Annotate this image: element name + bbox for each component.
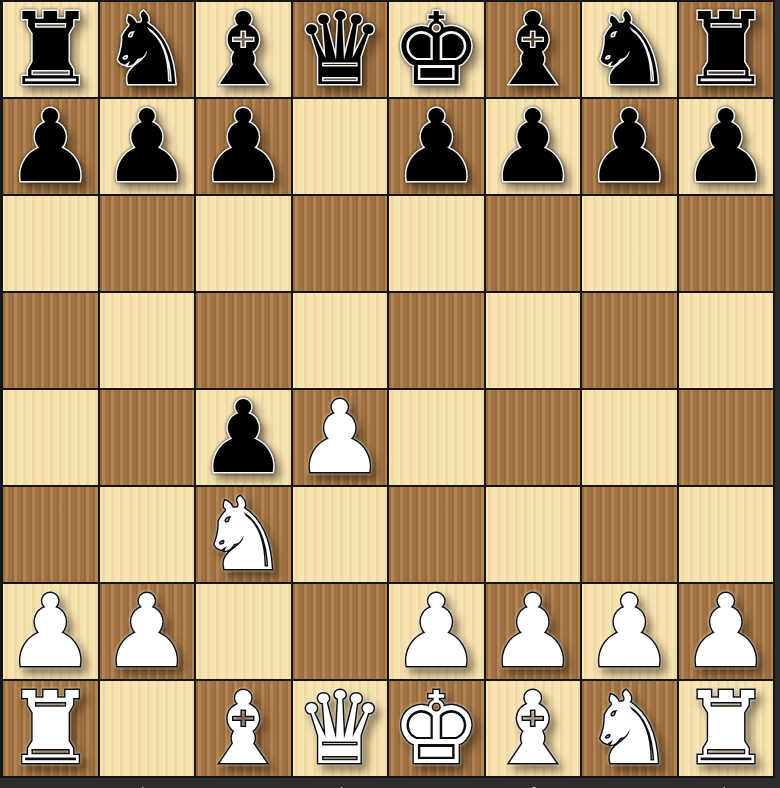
file-label-f: f (484, 778, 581, 788)
square-f8[interactable]: ♝ (486, 2, 581, 97)
square-e7[interactable]: ♟ (389, 99, 484, 194)
white-bishop[interactable]: ♝ (198, 681, 288, 776)
square-c4[interactable]: ♟ (196, 390, 291, 485)
file-label-a: a (0, 778, 97, 788)
white-knight[interactable]: ♞ (584, 681, 674, 776)
square-a2[interactable]: ♟ (3, 584, 98, 679)
black-pawn[interactable]: ♟ (198, 390, 288, 485)
square-e5[interactable] (389, 293, 484, 388)
square-e6[interactable] (389, 196, 484, 291)
square-b1[interactable] (100, 681, 195, 776)
square-a1[interactable]: ♜ (3, 681, 98, 776)
square-d7[interactable] (293, 99, 388, 194)
square-d3[interactable] (293, 487, 388, 582)
square-a8[interactable]: ♜ (3, 2, 98, 97)
white-pawn[interactable]: ♟ (295, 390, 385, 485)
square-d1[interactable]: ♛ (293, 681, 388, 776)
white-rook[interactable]: ♜ (681, 681, 771, 776)
file-label-b: b (97, 778, 194, 788)
square-g2[interactable]: ♟ (582, 584, 677, 679)
square-c1[interactable]: ♝ (196, 681, 291, 776)
square-f2[interactable]: ♟ (486, 584, 581, 679)
white-queen[interactable]: ♛ (295, 681, 385, 776)
square-a6[interactable] (3, 196, 98, 291)
square-b2[interactable]: ♟ (100, 584, 195, 679)
square-h3[interactable] (679, 487, 774, 582)
black-pawn[interactable]: ♟ (198, 99, 288, 194)
square-g6[interactable] (582, 196, 677, 291)
white-knight[interactable]: ♞ (198, 487, 288, 582)
chess-board: ♜♞♝♛♚♝♞♜♟♟♟♟♟♟♟♟♟♞♟♟♟♟♟♟♜♝♛♚♝♞♜ (0, 0, 775, 778)
black-pawn[interactable]: ♟ (102, 99, 192, 194)
square-f5[interactable] (486, 293, 581, 388)
square-h1[interactable]: ♜ (679, 681, 774, 776)
black-queen[interactable]: ♛ (295, 2, 385, 97)
square-c8[interactable]: ♝ (196, 2, 291, 97)
black-knight[interactable]: ♞ (102, 2, 192, 97)
square-h8[interactable]: ♜ (679, 2, 774, 97)
file-label-h: h (678, 778, 775, 788)
square-a5[interactable] (3, 293, 98, 388)
black-bishop[interactable]: ♝ (488, 2, 578, 97)
square-h4[interactable] (679, 390, 774, 485)
white-pawn[interactable]: ♟ (584, 584, 674, 679)
square-b3[interactable] (100, 487, 195, 582)
square-f7[interactable]: ♟ (486, 99, 581, 194)
square-a4[interactable] (3, 390, 98, 485)
black-bishop[interactable]: ♝ (198, 2, 288, 97)
black-pawn[interactable]: ♟ (391, 99, 481, 194)
square-b7[interactable]: ♟ (100, 99, 195, 194)
square-c7[interactable]: ♟ (196, 99, 291, 194)
square-c2[interactable] (196, 584, 291, 679)
white-rook[interactable]: ♜ (5, 681, 95, 776)
square-d6[interactable] (293, 196, 388, 291)
square-c5[interactable] (196, 293, 291, 388)
black-knight[interactable]: ♞ (584, 2, 674, 97)
black-rook[interactable]: ♜ (5, 2, 95, 97)
square-f4[interactable] (486, 390, 581, 485)
square-b8[interactable]: ♞ (100, 2, 195, 97)
square-d4[interactable]: ♟ (293, 390, 388, 485)
square-b6[interactable] (100, 196, 195, 291)
black-pawn[interactable]: ♟ (681, 99, 771, 194)
square-c6[interactable] (196, 196, 291, 291)
file-label-e: e (388, 778, 485, 788)
square-e2[interactable]: ♟ (389, 584, 484, 679)
file-labels-bar: abcdefgh (0, 778, 775, 788)
square-h5[interactable] (679, 293, 774, 388)
square-g5[interactable] (582, 293, 677, 388)
square-f1[interactable]: ♝ (486, 681, 581, 776)
white-pawn[interactable]: ♟ (102, 584, 192, 679)
square-g8[interactable]: ♞ (582, 2, 677, 97)
square-g4[interactable] (582, 390, 677, 485)
square-c3[interactable]: ♞ (196, 487, 291, 582)
black-king[interactable]: ♚ (391, 2, 481, 97)
square-h2[interactable]: ♟ (679, 584, 774, 679)
square-g3[interactable] (582, 487, 677, 582)
square-d2[interactable] (293, 584, 388, 679)
black-pawn[interactable]: ♟ (488, 99, 578, 194)
square-b4[interactable] (100, 390, 195, 485)
white-pawn[interactable]: ♟ (5, 584, 95, 679)
square-g7[interactable]: ♟ (582, 99, 677, 194)
square-e3[interactable] (389, 487, 484, 582)
square-e4[interactable] (389, 390, 484, 485)
square-a7[interactable]: ♟ (3, 99, 98, 194)
black-pawn[interactable]: ♟ (5, 99, 95, 194)
square-h6[interactable] (679, 196, 774, 291)
square-h7[interactable]: ♟ (679, 99, 774, 194)
square-g1[interactable]: ♞ (582, 681, 677, 776)
square-e1[interactable]: ♚ (389, 681, 484, 776)
square-b5[interactable] (100, 293, 195, 388)
white-bishop[interactable]: ♝ (488, 681, 578, 776)
file-label-g: g (581, 778, 678, 788)
file-label-c: c (194, 778, 291, 788)
square-a3[interactable] (3, 487, 98, 582)
square-d5[interactable] (293, 293, 388, 388)
square-e8[interactable]: ♚ (389, 2, 484, 97)
square-d8[interactable]: ♛ (293, 2, 388, 97)
black-rook[interactable]: ♜ (681, 2, 771, 97)
white-king[interactable]: ♚ (391, 681, 481, 776)
file-label-d: d (291, 778, 388, 788)
white-pawn[interactable]: ♟ (488, 584, 578, 679)
black-pawn[interactable]: ♟ (584, 99, 674, 194)
white-pawn[interactable]: ♟ (391, 584, 481, 679)
board-frame-right (775, 0, 780, 788)
square-f3[interactable] (486, 487, 581, 582)
square-f6[interactable] (486, 196, 581, 291)
white-pawn[interactable]: ♟ (681, 584, 771, 679)
